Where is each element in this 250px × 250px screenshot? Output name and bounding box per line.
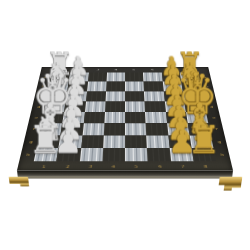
square-h2: ♟ bbox=[57, 148, 81, 161]
coordinate-label-back-6: 6 bbox=[151, 68, 154, 70]
square-g3 bbox=[81, 135, 104, 148]
black-rook-h8: ♜ bbox=[187, 120, 221, 158]
square-h8: ♜ bbox=[191, 148, 216, 161]
square-f5 bbox=[125, 123, 146, 135]
square-g4 bbox=[103, 135, 125, 148]
square-f3 bbox=[82, 123, 104, 135]
square-f4 bbox=[104, 123, 125, 135]
coordinate-label-front-7: 7 bbox=[181, 164, 185, 168]
coordinate-label-front-1: 1 bbox=[42, 164, 46, 168]
brass-foot-left bbox=[9, 177, 30, 187]
square-h5 bbox=[125, 148, 148, 161]
square-e3 bbox=[83, 112, 104, 123]
coordinate-label-back-4: 4 bbox=[115, 68, 118, 70]
board-grid: ♜♟♟♜♞♟♟♞♝♟♟♝♛♟♟♛♚♟♟♚♝♟♟♝♞♟♟♞♜♟♟♜ bbox=[34, 73, 216, 162]
white-pawn-h2: ♟ bbox=[54, 127, 82, 158]
board-edge-slab bbox=[17, 170, 233, 178]
square-c3 bbox=[86, 91, 106, 101]
square-c4 bbox=[105, 91, 125, 101]
coordinate-label-back-3: 3 bbox=[96, 68, 99, 70]
chess-board-frame: 12345678 abcdefgh abcdefgh 12345678 ♜♟♟♜… bbox=[17, 67, 233, 170]
coordinate-label-front-6: 6 bbox=[158, 164, 162, 168]
square-d4 bbox=[105, 101, 125, 112]
square-a4 bbox=[106, 73, 125, 82]
square-h3 bbox=[79, 148, 102, 161]
product-photo: 12345678 abcdefgh abcdefgh 12345678 ♜♟♟♜… bbox=[0, 0, 250, 250]
square-a3 bbox=[88, 73, 107, 82]
square-d3 bbox=[85, 101, 106, 112]
square-g5 bbox=[125, 135, 147, 148]
coordinate-label-front-2: 2 bbox=[65, 164, 69, 168]
square-b3 bbox=[87, 82, 107, 92]
coordinate-label-front-5: 5 bbox=[135, 164, 139, 168]
coordinate-label-front-8: 8 bbox=[203, 164, 207, 168]
board-tilt-wrapper: 12345678 abcdefgh abcdefgh 12345678 ♜♟♟♜… bbox=[17, 67, 233, 170]
square-e4 bbox=[104, 112, 125, 123]
coordinate-label-front-3: 3 bbox=[89, 164, 93, 168]
square-c5 bbox=[125, 91, 145, 101]
square-a5 bbox=[125, 73, 144, 82]
coordinate-label-back-5: 5 bbox=[133, 68, 136, 70]
square-b5 bbox=[125, 82, 144, 92]
coordinate-label-front-4: 4 bbox=[112, 164, 116, 168]
square-h4 bbox=[102, 148, 125, 161]
brass-foot-right bbox=[218, 177, 242, 191]
square-d5 bbox=[125, 101, 145, 112]
coordinate-strip-front: 12345678 bbox=[32, 162, 218, 170]
square-b4 bbox=[106, 82, 125, 92]
square-e5 bbox=[125, 112, 146, 123]
